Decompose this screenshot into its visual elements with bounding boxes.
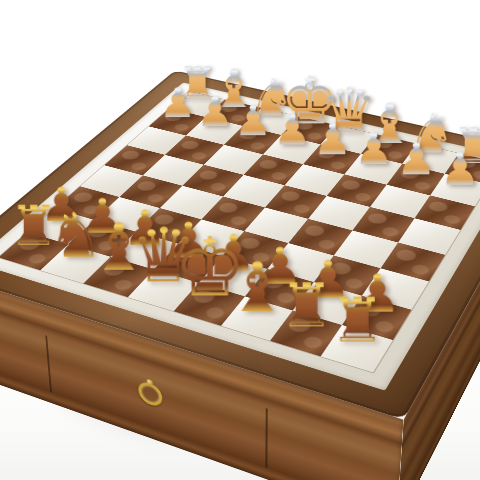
drawer-ring-pull-icon [138, 380, 163, 409]
drawer-seam [45, 335, 52, 392]
chess-case: ♜♝♞♚♛♝♞♜♟♟♟♟♟♟♟♟♟♟♟♟♟♟♟♟♜♞♝♛♚♝♜♜ [0, 70, 480, 419]
piece-gold-rook-g1: ♜ [279, 275, 333, 335]
ring-mount [147, 379, 153, 386]
piece-silver-pawn-f7: ♟ [354, 127, 393, 171]
piece-silver-pawn-g7: ♟ [396, 136, 436, 180]
drawer-seam [266, 408, 269, 468]
piece-silver-pawn-a7: ♟ [159, 82, 196, 123]
piece-silver-pawn-h7: ♟ [439, 146, 479, 191]
piece-silver-pawn-c7: ♟ [234, 99, 272, 141]
product-photo: ♜♝♞♚♛♝♞♜♟♟♟♟♟♟♟♟♟♟♟♟♟♟♟♟♜♞♝♛♚♝♜♜ [0, 0, 480, 480]
piece-silver-pawn-b7: ♟ [196, 91, 233, 133]
piece-gold-rook-h1: ♜ [330, 289, 385, 350]
scene: ♜♝♞♚♛♝♞♜♟♟♟♟♟♟♟♟♟♟♟♟♟♟♟♟♜♞♝♛♚♝♜♜ [0, 0, 480, 480]
piece-silver-pawn-e7: ♟ [313, 117, 352, 160]
piece-silver-pawn-d7: ♟ [273, 108, 311, 151]
